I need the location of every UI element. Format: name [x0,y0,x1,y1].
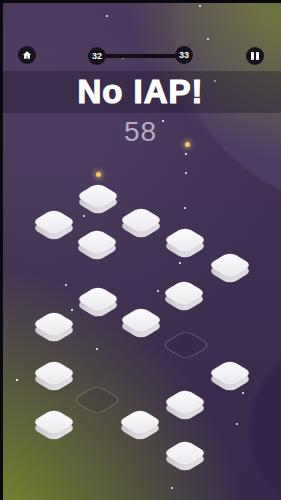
tile[interactable] [168,277,200,309]
tile[interactable] [38,357,70,389]
banner-text: No IAP! [77,73,203,111]
tile[interactable] [82,283,114,315]
tile[interactable] [125,304,157,336]
tile[interactable] [81,226,113,258]
tile[interactable] [214,249,246,281]
hud: 32 33 [0,0,281,70]
tile[interactable] [169,386,201,418]
level-current-badge: 32 [88,47,106,65]
tile[interactable] [169,224,201,256]
ghost-tile-face [161,330,212,361]
tile[interactable] [124,406,156,438]
tile[interactable] [214,357,246,389]
ghost-tile-face [72,385,123,416]
tile[interactable] [82,180,114,212]
tile[interactable] [38,406,70,438]
home-icon [22,50,32,60]
ghost-tile-outline [79,382,115,418]
title-banner: No IAP! [0,71,281,113]
progress-track [96,54,186,58]
score-label: 58 [0,116,281,148]
screen-edge-left [0,0,3,500]
ghost-tile-outline [168,327,204,363]
screen-edge-top [0,0,281,3]
home-button[interactable] [18,46,36,64]
pause-icon [256,52,259,60]
pause-icon [251,52,254,60]
tile[interactable] [38,308,70,340]
tile[interactable] [169,437,201,469]
game-screen: No IAP! 58 32 33 [0,0,281,500]
pause-button[interactable] [246,47,264,65]
level-next-badge: 33 [175,46,193,64]
tile[interactable] [38,206,70,238]
tile[interactable] [125,204,157,236]
